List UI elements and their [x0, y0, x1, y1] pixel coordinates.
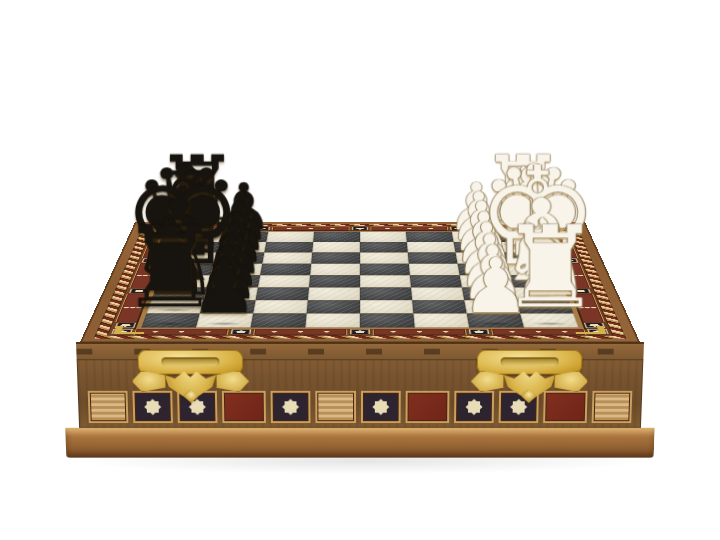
black-pawn-glyph: ♟ — [190, 248, 258, 324]
square-f4[interactable] — [360, 287, 412, 300]
star-medallion-inlay — [548, 227, 566, 231]
star-medallion-inlay — [253, 227, 270, 231]
product-photo-scene: ♜♟♟♜♞♟♟♞♝♟♟♝♛♟♟♛♚♟♟♚♝♟♟♝♞♟♟♞♜♟♟♜ — [0, 0, 720, 540]
square-f6[interactable] — [256, 287, 309, 300]
square-h4[interactable] — [360, 313, 415, 327]
square-h5[interactable] — [305, 313, 360, 327]
star-medallion-inlay — [129, 289, 149, 293]
brass-clasp-right[interactable] — [470, 350, 589, 409]
striped-wood-panel — [591, 391, 632, 423]
star-medallion-inlay — [587, 329, 609, 334]
white-rook-h1[interactable]: ♜ — [520, 313, 578, 327]
star-medallion-inlay — [231, 329, 252, 334]
square-c6[interactable] — [262, 253, 312, 264]
clasp-plate — [477, 350, 583, 375]
square-a4[interactable] — [360, 232, 407, 242]
star-mosaic-panel — [271, 391, 311, 423]
board-top-surface: ♜♟♟♜♞♟♟♞♝♟♟♝♛♟♟♛♚♟♟♚♝♟♟♝♞♟♟♞♜♟♟♜ — [80, 222, 640, 342]
square-a5[interactable] — [313, 232, 360, 242]
star-medallion-inlay — [450, 227, 467, 231]
square-d5[interactable] — [310, 264, 360, 276]
chess-board: ♜♟♟♜♞♟♟♞♝♟♟♝♛♟♟♛♚♟♟♚♝♟♟♝♞♟♟♞♜♟♟♜ — [141, 232, 578, 328]
square-h7[interactable]: ♟ — [196, 313, 253, 327]
square-c4[interactable] — [360, 253, 409, 264]
square-h1[interactable]: ♜ — [520, 313, 578, 327]
star-medallion-inlay — [571, 289, 591, 293]
clasp-plate — [137, 350, 243, 375]
red-inlay-panel — [405, 391, 449, 423]
square-e6[interactable] — [258, 275, 310, 287]
square-g6[interactable] — [253, 300, 308, 313]
square-h6[interactable] — [251, 313, 307, 327]
striped-wood-panel — [88, 391, 129, 423]
square-c5[interactable] — [311, 253, 360, 264]
base-plinth — [65, 428, 655, 458]
square-b4[interactable] — [360, 242, 408, 253]
square-f5[interactable] — [308, 287, 360, 300]
star-medallion-inlay — [559, 258, 578, 262]
square-b5[interactable] — [312, 242, 360, 253]
star-medallion-inlay — [469, 329, 490, 334]
chess-box: ♜♟♟♜♞♟♟♞♝♟♟♝♛♟♟♛♚♟♟♚♝♟♟♝♞♟♟♞♜♟♟♜ — [80, 222, 640, 342]
box-front-face — [76, 342, 644, 428]
square-g4[interactable] — [360, 300, 413, 313]
square-e4[interactable] — [360, 275, 411, 287]
black-pawn-h7[interactable]: ♟ — [196, 313, 253, 327]
square-d4[interactable] — [360, 264, 410, 276]
star-medallion-inlay — [115, 323, 136, 328]
square-g5[interactable] — [307, 300, 360, 313]
square-d6[interactable] — [260, 264, 311, 276]
star-medallion-inlay — [142, 258, 161, 262]
star-medallion-inlay — [350, 329, 370, 334]
square-e5[interactable] — [309, 275, 360, 287]
star-medallion-inlay — [111, 329, 133, 334]
star-medallion-inlay — [352, 227, 368, 231]
star-mosaic-panel — [361, 391, 401, 423]
square-b6[interactable] — [264, 242, 313, 253]
star-medallion-inlay — [549, 231, 567, 235]
striped-wood-panel — [316, 391, 356, 423]
star-medallion-inlay — [153, 231, 171, 235]
star-medallion-inlay — [154, 227, 172, 231]
square-a6[interactable] — [266, 232, 314, 242]
star-medallion-inlay — [584, 323, 605, 328]
brass-clasp-left[interactable] — [131, 350, 250, 409]
board-inner-frame: ♜♟♟♜♞♟♟♞♝♟♟♝♛♟♟♛♚♟♟♚♝♟♟♝♞♟♟♞♜♟♟♜ — [135, 231, 585, 329]
